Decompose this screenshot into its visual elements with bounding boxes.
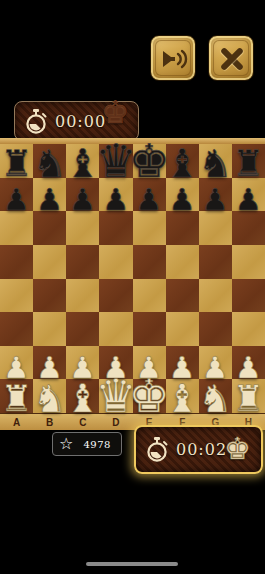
piece-white-king-e1[interactable]: ♚ — [128, 373, 169, 419]
square-a3[interactable] — [0, 312, 33, 346]
speaker-icon — [151, 36, 197, 82]
square-d3[interactable] — [99, 312, 132, 346]
white-king-icon: ♚ — [224, 434, 251, 464]
white-timer: 00:02 ♚ — [134, 425, 263, 474]
piece-black-pawn-d7[interactable]: ♟ — [102, 185, 129, 215]
piece-black-pawn-e7[interactable]: ♟ — [136, 185, 163, 215]
square-f4[interactable] — [166, 279, 199, 313]
piece-black-pawn-f7[interactable]: ♟ — [169, 185, 196, 215]
square-b3[interactable] — [33, 312, 66, 346]
square-e5[interactable] — [133, 245, 166, 279]
square-b4[interactable] — [33, 279, 66, 313]
square-g3[interactable] — [199, 312, 232, 346]
square-h5[interactable] — [232, 245, 265, 279]
rating-value: 4978 — [73, 439, 121, 450]
square-d5[interactable] — [99, 245, 132, 279]
piece-white-knight-g1[interactable]: ♞ — [198, 380, 232, 418]
square-g4[interactable] — [199, 279, 232, 313]
piece-black-rook-a8[interactable]: ♜ — [0, 146, 32, 182]
square-c3[interactable] — [66, 312, 99, 346]
square-e3[interactable] — [133, 312, 166, 346]
square-a4[interactable] — [0, 279, 33, 313]
piece-black-bishop-f8[interactable]: ♝ — [165, 143, 200, 182]
home-indicator — [86, 562, 178, 566]
square-g5[interactable] — [199, 245, 232, 279]
piece-white-rook-h1[interactable]: ♜ — [232, 381, 264, 417]
app-screen: 00:00 ♚ ♜♞♝♛♚♝♞♜♟♟♟♟♟♟♟♟♟♟♟♟♟♟♟♟♜♞♝♛♚♝♞♜… — [0, 0, 265, 574]
square-e4[interactable] — [133, 279, 166, 313]
piece-white-bishop-f1[interactable]: ♝ — [165, 379, 200, 418]
square-b5[interactable] — [33, 245, 66, 279]
square-c4[interactable] — [66, 279, 99, 313]
piece-black-knight-b8[interactable]: ♞ — [33, 144, 67, 182]
white-timer-value: 00:02 — [176, 440, 227, 459]
stopwatch-icon — [145, 436, 169, 463]
piece-black-rook-h8[interactable]: ♜ — [232, 146, 264, 182]
square-c5[interactable] — [66, 245, 99, 279]
square-h3[interactable] — [232, 312, 265, 346]
stopwatch-icon — [24, 108, 48, 135]
star-icon: ☆ — [59, 436, 73, 452]
piece-black-pawn-h7[interactable]: ♟ — [235, 185, 262, 215]
piece-black-pawn-g7[interactable]: ♟ — [202, 185, 229, 215]
sound-button[interactable] — [150, 35, 196, 81]
piece-white-rook-a1[interactable]: ♜ — [0, 381, 32, 417]
piece-black-pawn-a7[interactable]: ♟ — [3, 185, 30, 215]
piece-black-pawn-b7[interactable]: ♟ — [36, 185, 63, 215]
piece-black-knight-g8[interactable]: ♞ — [198, 144, 232, 182]
square-a5[interactable] — [0, 245, 33, 279]
square-d4[interactable] — [99, 279, 132, 313]
black-timer-value: 00:00 — [55, 112, 106, 131]
square-h4[interactable] — [232, 279, 265, 313]
piece-white-knight-b1[interactable]: ♞ — [33, 380, 67, 418]
black-king-icon: ♚ — [101, 97, 129, 128]
piece-black-pawn-c7[interactable]: ♟ — [69, 185, 96, 215]
piece-black-king-e8[interactable]: ♚ — [128, 137, 169, 183]
close-button[interactable] — [208, 35, 254, 81]
rating-box: ☆ 4978 — [52, 432, 122, 456]
square-f5[interactable] — [166, 245, 199, 279]
square-f3[interactable] — [166, 312, 199, 346]
